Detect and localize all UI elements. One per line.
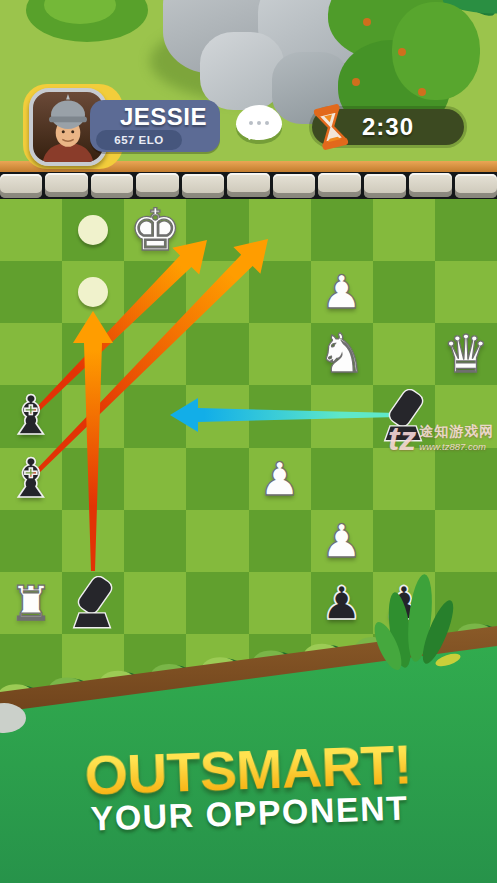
chat-dot	[249, 121, 253, 125]
promo-headline: OUTSMART! YOUR OPPONENT	[0, 728, 497, 841]
white-knight-piece[interactable]: ♞	[311, 323, 373, 385]
white-pawn-piece[interactable]: ♟	[249, 448, 311, 510]
berry	[352, 78, 360, 86]
chat-dot	[265, 121, 269, 125]
app-screen: JESSIE 657 ELO 2:30 ♚♟♞♛♝	[0, 0, 497, 883]
wall-stone	[45, 173, 87, 197]
player-name: JESSIE	[120, 103, 207, 131]
wall-stone	[318, 173, 360, 197]
wall-stone	[227, 173, 269, 197]
chat-dot	[257, 121, 261, 125]
site-watermark: tz 途知游戏网 www.tz887.com	[388, 423, 494, 454]
stone-wall-row	[0, 172, 497, 199]
match-timer: 2:30	[312, 109, 464, 145]
black-bishop-piece[interactable]: ♝	[0, 385, 62, 447]
chat-bubble-button[interactable]	[236, 105, 282, 140]
white-statue-queen-piece[interactable]: ♛	[435, 323, 497, 385]
black-bishop-piece[interactable]: ♝	[0, 448, 62, 510]
hourglass-icon	[309, 102, 353, 153]
wall-stone	[273, 174, 315, 198]
wall-stone	[0, 174, 42, 198]
wall-stone	[364, 174, 406, 198]
wall-stone	[136, 173, 178, 197]
elo-badge: 657 ELO	[96, 130, 182, 150]
watermark-logo: tz	[388, 423, 416, 454]
berry	[363, 18, 371, 26]
white-king-piece[interactable]: ♚	[124, 199, 186, 261]
wall-stone	[455, 174, 497, 198]
berry	[418, 88, 426, 96]
wall-stone	[409, 173, 451, 197]
watermark-url: www.tz887.com	[419, 441, 494, 452]
wall-stone	[91, 174, 133, 198]
elo-text: 657 ELO	[114, 134, 164, 146]
wall-stone	[182, 174, 224, 198]
move-arrow	[170, 398, 398, 432]
berry	[398, 48, 406, 56]
move-arrow	[73, 311, 113, 571]
player-name-plate: JESSIE 657 ELO	[90, 100, 220, 152]
white-pawn-piece[interactable]: ♟	[311, 261, 373, 323]
watermark-site-name: 途知游戏网	[419, 423, 494, 441]
move-arrow	[30, 239, 268, 479]
